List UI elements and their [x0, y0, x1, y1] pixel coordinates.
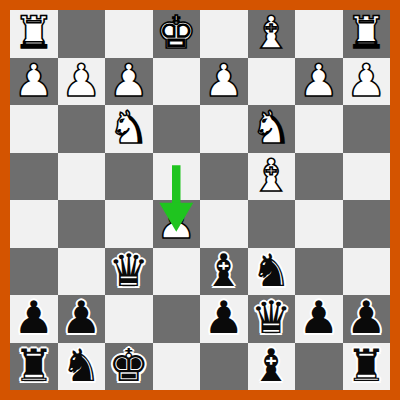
- piece-white-pawn[interactable]: ♟: [156, 199, 196, 247]
- piece-black-knight[interactable]: ♞: [251, 247, 291, 295]
- square-a1[interactable]: ♜: [343, 10, 391, 58]
- square-c2[interactable]: [248, 58, 296, 106]
- piece-black-pawn[interactable]: ♟: [14, 294, 54, 342]
- square-h8[interactable]: ♜: [10, 343, 58, 391]
- square-a3[interactable]: [343, 105, 391, 153]
- square-g6[interactable]: [58, 248, 106, 296]
- square-c3[interactable]: ♞: [248, 105, 296, 153]
- square-f1[interactable]: [105, 10, 153, 58]
- square-f5[interactable]: [105, 200, 153, 248]
- piece-black-knight[interactable]: ♞: [61, 342, 101, 390]
- square-b3[interactable]: [295, 105, 343, 153]
- square-e5[interactable]: ♟: [153, 200, 201, 248]
- piece-black-pawn[interactable]: ♟: [204, 294, 244, 342]
- square-d2[interactable]: ♟: [200, 58, 248, 106]
- piece-black-bishop[interactable]: ♝: [204, 247, 244, 295]
- square-e8[interactable]: [153, 343, 201, 391]
- square-h3[interactable]: [10, 105, 58, 153]
- square-e7[interactable]: [153, 295, 201, 343]
- square-a7[interactable]: ♟: [343, 295, 391, 343]
- piece-black-king[interactable]: ♚: [109, 342, 149, 390]
- square-a2[interactable]: ♟: [343, 58, 391, 106]
- square-h7[interactable]: ♟: [10, 295, 58, 343]
- square-b5[interactable]: [295, 200, 343, 248]
- square-d1[interactable]: [200, 10, 248, 58]
- square-d7[interactable]: ♟: [200, 295, 248, 343]
- piece-white-knight[interactable]: ♞: [251, 104, 291, 152]
- square-h6[interactable]: [10, 248, 58, 296]
- square-d6[interactable]: ♝: [200, 248, 248, 296]
- square-c7[interactable]: ♛: [248, 295, 296, 343]
- square-d3[interactable]: [200, 105, 248, 153]
- piece-white-pawn[interactable]: ♟: [61, 57, 101, 105]
- square-a8[interactable]: ♜: [343, 343, 391, 391]
- square-c1[interactable]: ♝: [248, 10, 296, 58]
- square-g1[interactable]: [58, 10, 106, 58]
- square-c4[interactable]: ♝: [248, 153, 296, 201]
- square-c5[interactable]: [248, 200, 296, 248]
- square-e4[interactable]: [153, 153, 201, 201]
- piece-white-pawn[interactable]: ♟: [299, 57, 339, 105]
- chess-board: ♜♚♝♜♟♟♟♟♟♟♞♞♝♟♛♝♞♟♟♟♛♟♟♜♞♚♝♜: [10, 10, 390, 390]
- piece-white-pawn[interactable]: ♟: [14, 57, 54, 105]
- square-a4[interactable]: [343, 153, 391, 201]
- square-b4[interactable]: [295, 153, 343, 201]
- square-b8[interactable]: [295, 343, 343, 391]
- square-a6[interactable]: [343, 248, 391, 296]
- piece-black-queen[interactable]: ♛: [251, 294, 291, 342]
- piece-white-bishop[interactable]: ♝: [251, 9, 291, 57]
- square-h5[interactable]: [10, 200, 58, 248]
- square-e2[interactable]: [153, 58, 201, 106]
- piece-white-pawn[interactable]: ♟: [204, 57, 244, 105]
- square-f8[interactable]: ♚: [105, 343, 153, 391]
- square-e6[interactable]: [153, 248, 201, 296]
- square-c8[interactable]: ♝: [248, 343, 296, 391]
- square-h2[interactable]: ♟: [10, 58, 58, 106]
- piece-black-rook[interactable]: ♜: [346, 342, 386, 390]
- square-h1[interactable]: ♜: [10, 10, 58, 58]
- piece-black-pawn[interactable]: ♟: [299, 294, 339, 342]
- piece-white-rook[interactable]: ♜: [14, 9, 54, 57]
- square-f3[interactable]: ♞: [105, 105, 153, 153]
- piece-white-bishop[interactable]: ♝: [251, 152, 291, 200]
- square-g4[interactable]: [58, 153, 106, 201]
- piece-black-pawn[interactable]: ♟: [346, 294, 386, 342]
- piece-black-pawn[interactable]: ♟: [61, 294, 101, 342]
- square-h4[interactable]: [10, 153, 58, 201]
- piece-white-pawn[interactable]: ♟: [109, 57, 149, 105]
- square-d5[interactable]: [200, 200, 248, 248]
- square-g8[interactable]: ♞: [58, 343, 106, 391]
- square-d8[interactable]: [200, 343, 248, 391]
- square-f4[interactable]: [105, 153, 153, 201]
- square-b6[interactable]: [295, 248, 343, 296]
- square-d4[interactable]: [200, 153, 248, 201]
- piece-white-pawn[interactable]: ♟: [346, 57, 386, 105]
- piece-white-knight[interactable]: ♞: [109, 104, 149, 152]
- square-c6[interactable]: ♞: [248, 248, 296, 296]
- square-a5[interactable]: [343, 200, 391, 248]
- square-e1[interactable]: ♚: [153, 10, 201, 58]
- piece-white-rook[interactable]: ♜: [346, 9, 386, 57]
- square-g2[interactable]: ♟: [58, 58, 106, 106]
- piece-black-rook[interactable]: ♜: [14, 342, 54, 390]
- piece-black-queen[interactable]: ♛: [109, 247, 149, 295]
- square-g5[interactable]: [58, 200, 106, 248]
- square-g3[interactable]: [58, 105, 106, 153]
- square-e3[interactable]: [153, 105, 201, 153]
- square-b2[interactable]: ♟: [295, 58, 343, 106]
- square-b1[interactable]: [295, 10, 343, 58]
- square-f2[interactable]: ♟: [105, 58, 153, 106]
- piece-white-king[interactable]: ♚: [156, 9, 196, 57]
- square-b7[interactable]: ♟: [295, 295, 343, 343]
- piece-black-bishop[interactable]: ♝: [251, 342, 291, 390]
- square-g7[interactable]: ♟: [58, 295, 106, 343]
- square-f7[interactable]: [105, 295, 153, 343]
- square-f6[interactable]: ♛: [105, 248, 153, 296]
